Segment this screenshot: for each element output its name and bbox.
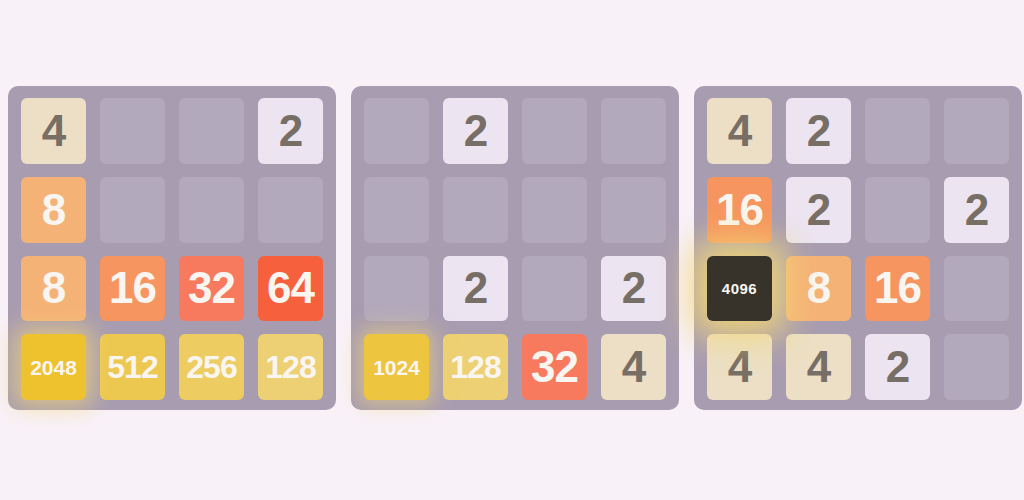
tile-64: 64	[258, 256, 323, 322]
empty-cell	[522, 256, 587, 322]
empty-cell	[364, 256, 429, 322]
empty-cell	[522, 177, 587, 243]
tile-16: 16	[100, 256, 165, 322]
tile-2: 2	[601, 256, 666, 322]
empty-cell	[522, 98, 587, 164]
boards-row: 42881632642048512256128 2221024128324 42…	[8, 86, 1022, 410]
empty-cell	[179, 98, 244, 164]
empty-cell	[179, 177, 244, 243]
empty-cell	[601, 98, 666, 164]
empty-cell	[944, 256, 1009, 322]
tile-256: 256	[179, 334, 244, 400]
tile-2: 2	[944, 177, 1009, 243]
tile-2: 2	[443, 256, 508, 322]
empty-cell	[364, 177, 429, 243]
board-1[interactable]: 42881632642048512256128	[8, 86, 336, 410]
empty-cell	[944, 334, 1009, 400]
page-background: 42881632642048512256128 2221024128324 42…	[0, 0, 1024, 500]
empty-cell	[865, 98, 930, 164]
tile-2: 2	[786, 98, 851, 164]
tile-8: 8	[786, 256, 851, 322]
empty-cell	[601, 177, 666, 243]
tile-128: 128	[443, 334, 508, 400]
tile-4096: 4096	[707, 256, 772, 322]
tile-2: 2	[786, 177, 851, 243]
tile-4: 4	[21, 98, 86, 164]
empty-cell	[258, 177, 323, 243]
tile-2: 2	[865, 334, 930, 400]
board-3[interactable]: 4216224096816442	[694, 86, 1022, 410]
tile-2048: 2048	[21, 334, 86, 400]
empty-cell	[100, 177, 165, 243]
tile-512: 512	[100, 334, 165, 400]
tile-4: 4	[601, 334, 666, 400]
tile-2: 2	[443, 98, 508, 164]
tile-8: 8	[21, 256, 86, 322]
empty-cell	[100, 98, 165, 164]
tile-4: 4	[707, 98, 772, 164]
tile-32: 32	[522, 334, 587, 400]
empty-cell	[944, 98, 1009, 164]
board-2[interactable]: 2221024128324	[351, 86, 679, 410]
tile-8: 8	[21, 177, 86, 243]
tile-128: 128	[258, 334, 323, 400]
empty-cell	[865, 177, 930, 243]
tile-1024: 1024	[364, 334, 429, 400]
tile-16: 16	[865, 256, 930, 322]
tile-16: 16	[707, 177, 772, 243]
empty-cell	[364, 98, 429, 164]
empty-cell	[443, 177, 508, 243]
tile-32: 32	[179, 256, 244, 322]
tile-4: 4	[786, 334, 851, 400]
tile-2: 2	[258, 98, 323, 164]
tile-4: 4	[707, 334, 772, 400]
